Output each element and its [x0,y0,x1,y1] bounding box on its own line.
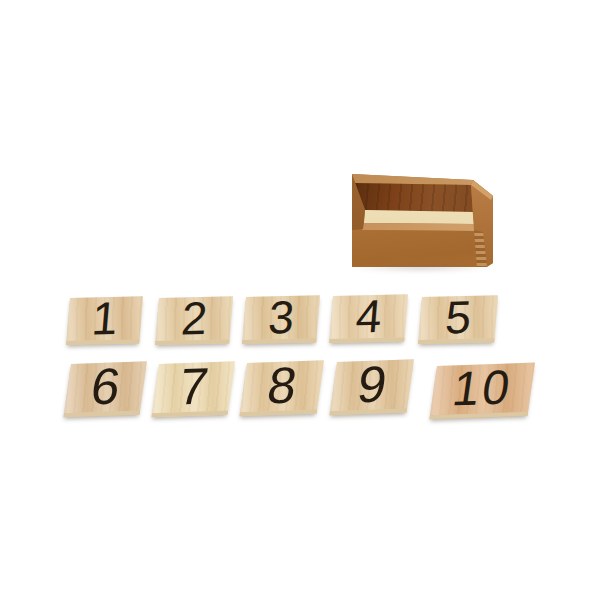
box-shadow [350,263,492,272]
tile-digit: 9 [354,358,390,410]
number-tile-10: 10 [430,363,535,420]
wooden-storage-box [346,172,496,272]
tile-digit: 8 [264,359,300,411]
number-tile-1: 1 [66,296,143,345]
number-tile-7: 7 [152,361,235,417]
tile-digit: 10 [450,363,516,413]
tile-digit: 5 [444,293,473,340]
number-tile-6: 6 [64,361,147,417]
tile-digit: 3 [267,293,296,340]
tile-digit: 2 [180,294,209,341]
number-tile-4: 4 [329,294,408,343]
number-tile-2: 2 [155,296,233,345]
number-tile-3: 3 [242,295,320,344]
number-tile-8: 8 [240,360,324,416]
tile-digit: 7 [176,360,212,412]
tile-digit: 1 [90,294,119,341]
tile-digit: 6 [88,360,124,412]
number-tile-9: 9 [330,359,414,415]
product-photo: 1 2 3 4 5 6 7 8 9 10 [0,0,600,600]
tile-digit: 4 [354,292,383,339]
number-tile-5: 5 [418,295,498,344]
